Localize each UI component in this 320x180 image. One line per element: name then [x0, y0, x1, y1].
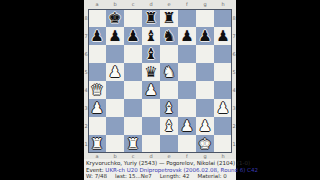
black-bishop: ♝ [144, 47, 157, 62]
rank-label-7: 7 [232, 27, 236, 45]
black-bishop: ♝ [144, 29, 157, 44]
square-c4[interactable] [124, 81, 142, 99]
white-pawn: ♟ [144, 83, 157, 98]
rank-label-4: 4 [232, 81, 236, 99]
square-e6[interactable] [160, 45, 178, 63]
black-queen: ♛ [144, 65, 157, 80]
square-g8[interactable] [196, 9, 214, 27]
square-d5[interactable]: ♛ [142, 63, 160, 81]
black-king: ♚ [108, 11, 121, 26]
square-c6[interactable] [124, 45, 142, 63]
rank-label-1: 1 [232, 135, 236, 153]
rank-label-5: 5 [232, 63, 236, 81]
white-queen: ♛ [90, 83, 103, 98]
caption-area: Kryvoruchko, Yuriy (2543) — Pogorelov, N… [84, 159, 236, 180]
file-label-b: b [106, 2, 124, 7]
square-a5[interactable] [88, 63, 106, 81]
square-f6[interactable] [178, 45, 196, 63]
square-c5[interactable] [124, 63, 142, 81]
square-h5[interactable] [214, 63, 232, 81]
square-h8[interactable] [214, 9, 232, 27]
video-frame: abcdefgh 87654321 ♚♜♜♟♟♟♝♞♟♟♟♝♟♛♞♛♟♟♝♟♝♟… [0, 0, 320, 180]
square-g1[interactable]: ♚ [196, 135, 214, 153]
rank-labels-right: 87654321 [232, 9, 236, 153]
square-a8[interactable] [88, 9, 106, 27]
chess-board: ♚♜♜♟♟♟♝♞♟♟♟♝♟♛♞♛♟♟♝♟♝♟♟♜♜♚ [88, 9, 232, 153]
square-b5[interactable]: ♟ [106, 63, 124, 81]
square-f4[interactable] [178, 81, 196, 99]
square-g6[interactable] [196, 45, 214, 63]
square-a1[interactable]: ♜ [88, 135, 106, 153]
black-pawn: ♟ [216, 29, 229, 44]
white-rook: ♜ [126, 137, 139, 152]
square-c2[interactable] [124, 117, 142, 135]
file-label-h: h [214, 2, 232, 7]
file-label-d: d [142, 2, 160, 7]
board-band: 87654321 ♚♜♜♟♟♟♝♞♟♟♟♝♟♛♞♛♟♟♝♟♝♟♟♜♜♚ 8765… [84, 9, 236, 153]
square-f2[interactable]: ♟ [178, 117, 196, 135]
square-f8[interactable] [178, 9, 196, 27]
square-d6[interactable]: ♝ [142, 45, 160, 63]
rank-label-6: 6 [232, 45, 236, 63]
black-rook: ♜ [144, 11, 157, 26]
black-knight: ♞ [162, 29, 175, 44]
square-d4[interactable]: ♟ [142, 81, 160, 99]
square-f1[interactable] [178, 135, 196, 153]
square-d8[interactable]: ♜ [142, 9, 160, 27]
square-g7[interactable]: ♟ [196, 27, 214, 45]
file-label-g: g [196, 154, 214, 159]
square-b2[interactable] [106, 117, 124, 135]
square-e1[interactable] [160, 135, 178, 153]
square-h7[interactable]: ♟ [214, 27, 232, 45]
event-value: UKR-ch U20 Dnipropetrovsk (2006.02.08, R… [104, 167, 258, 173]
white-pawn: ♟ [216, 101, 229, 116]
square-c1[interactable]: ♜ [124, 135, 142, 153]
square-g2[interactable]: ♟ [196, 117, 214, 135]
square-e4[interactable] [160, 81, 178, 99]
black-rook: ♜ [162, 11, 175, 26]
square-e7[interactable]: ♞ [160, 27, 178, 45]
square-c8[interactable] [124, 9, 142, 27]
stat-move: W: 7/48 [86, 173, 107, 180]
file-label-e: e [160, 2, 178, 7]
square-c3[interactable] [124, 99, 142, 117]
square-b4[interactable] [106, 81, 124, 99]
square-h1[interactable] [214, 135, 232, 153]
square-e3[interactable]: ♝ [160, 99, 178, 117]
square-e5[interactable]: ♞ [160, 63, 178, 81]
square-g4[interactable] [196, 81, 214, 99]
square-b7[interactable]: ♟ [106, 27, 124, 45]
file-label-b: b [106, 154, 124, 159]
square-b6[interactable] [106, 45, 124, 63]
square-a7[interactable]: ♟ [88, 27, 106, 45]
square-h2[interactable] [214, 117, 232, 135]
rank-label-3: 3 [232, 99, 236, 117]
black-pawn: ♟ [198, 29, 211, 44]
square-h4[interactable] [214, 81, 232, 99]
file-label-h: h [214, 154, 232, 159]
white-pawn: ♟ [108, 65, 121, 80]
square-e2[interactable]: ♝ [160, 117, 178, 135]
stat-material: Material: 0 [197, 173, 226, 180]
white-knight: ♞ [162, 65, 175, 80]
white-pawn: ♟ [180, 119, 193, 134]
file-label-a: a [88, 154, 106, 159]
stats-line: W: 7/48 last: 15...Ne7 Length: 42 Materi… [86, 173, 234, 180]
square-d1[interactable] [142, 135, 160, 153]
square-a2[interactable] [88, 117, 106, 135]
square-a4[interactable]: ♛ [88, 81, 106, 99]
square-d7[interactable]: ♝ [142, 27, 160, 45]
stat-length: Length: 42 [160, 173, 190, 180]
file-label-d: d [142, 154, 160, 159]
white-bishop: ♝ [162, 101, 175, 116]
chess-panel: abcdefgh 87654321 ♚♜♜♟♟♟♝♞♟♟♟♝♟♛♞♛♟♟♝♟♝♟… [84, 0, 236, 180]
black-pawn: ♟ [126, 29, 139, 44]
rank-label-8: 8 [232, 9, 236, 27]
file-label-a: a [88, 2, 106, 7]
file-label-c: c [124, 2, 142, 7]
white-pawn: ♟ [198, 119, 211, 134]
white-king: ♚ [198, 137, 211, 152]
square-f5[interactable] [178, 63, 196, 81]
file-label-c: c [124, 154, 142, 159]
square-b3[interactable] [106, 99, 124, 117]
file-labels-top: abcdefgh [84, 0, 236, 9]
square-f3[interactable] [178, 99, 196, 117]
square-c7[interactable]: ♟ [124, 27, 142, 45]
square-d2[interactable] [142, 117, 160, 135]
file-label-e: e [160, 154, 178, 159]
square-a3[interactable]: ♟ [88, 99, 106, 117]
square-h3[interactable]: ♟ [214, 99, 232, 117]
white-bishop: ♝ [162, 119, 175, 134]
file-label-g: g [196, 2, 214, 7]
white-rook: ♜ [90, 137, 103, 152]
square-b8[interactable]: ♚ [106, 9, 124, 27]
event-label: Event: [86, 167, 104, 173]
white-pawn: ♟ [90, 101, 103, 116]
file-label-f: f [178, 2, 196, 7]
square-b1[interactable] [106, 135, 124, 153]
square-d3[interactable] [142, 99, 160, 117]
black-pawn: ♟ [180, 29, 193, 44]
square-h6[interactable] [214, 45, 232, 63]
square-g3[interactable] [196, 99, 214, 117]
black-pawn: ♟ [108, 29, 121, 44]
square-a6[interactable] [88, 45, 106, 63]
black-pawn: ♟ [90, 29, 103, 44]
stat-last-move: last: 15...Ne7 [115, 173, 152, 180]
square-g5[interactable] [196, 63, 214, 81]
square-f7[interactable]: ♟ [178, 27, 196, 45]
square-e8[interactable]: ♜ [160, 9, 178, 27]
rank-label-2: 2 [232, 117, 236, 135]
file-label-f: f [178, 154, 196, 159]
